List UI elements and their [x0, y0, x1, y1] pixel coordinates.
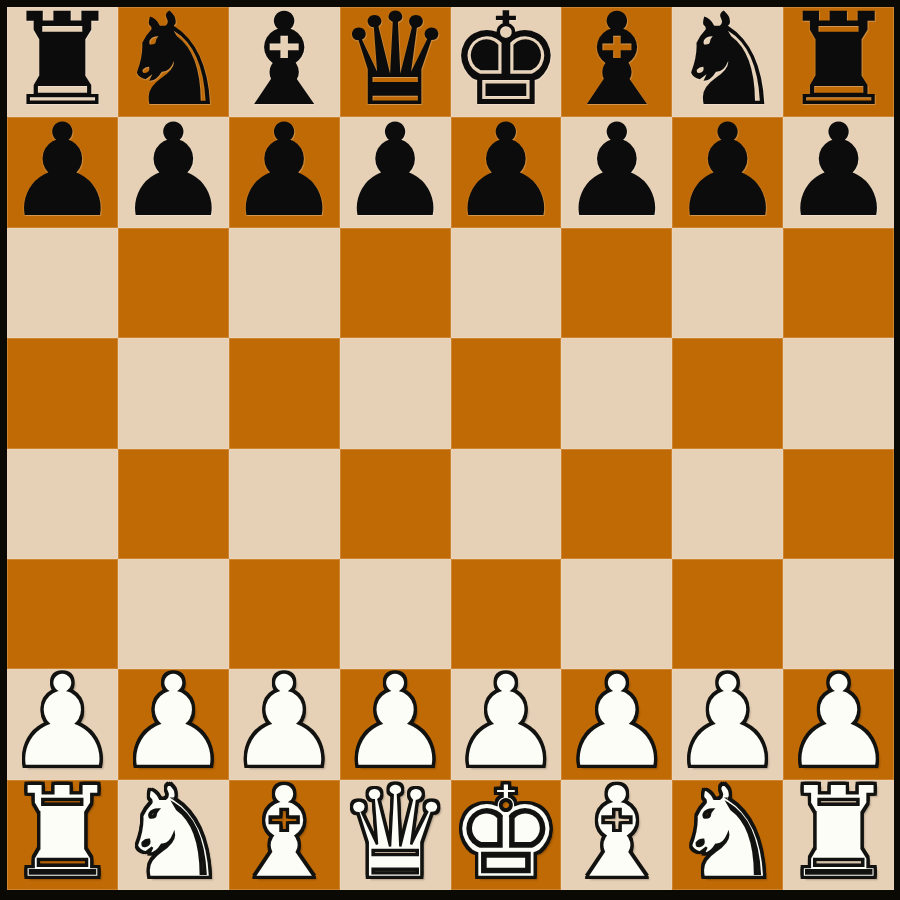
piece-black-king: ♚ [451, 7, 562, 117]
square-a4[interactable] [7, 449, 118, 559]
piece-black-queen: ♛ [340, 7, 451, 117]
square-h6[interactable] [783, 228, 894, 338]
square-b7[interactable]: ♟ [118, 117, 229, 227]
piece-white-pawn: ♟ [229, 669, 340, 779]
square-f1[interactable]: ♝ [561, 780, 672, 890]
piece-white-pawn: ♟ [7, 669, 118, 779]
square-a7[interactable]: ♟ [7, 117, 118, 227]
square-e6[interactable] [451, 228, 562, 338]
piece-white-bishop: ♝ [229, 780, 340, 890]
square-f8[interactable]: ♝ [561, 7, 672, 117]
piece-white-pawn: ♟ [118, 669, 229, 779]
square-b3[interactable] [118, 559, 229, 669]
piece-white-king: ♚ [451, 780, 562, 890]
square-b2[interactable]: ♟ [118, 669, 229, 779]
square-e7[interactable]: ♟ [451, 117, 562, 227]
square-g5[interactable] [672, 338, 783, 448]
square-e2[interactable]: ♟ [451, 669, 562, 779]
square-c8[interactable]: ♝ [229, 7, 340, 117]
piece-black-pawn: ♟ [783, 117, 894, 227]
square-f5[interactable] [561, 338, 672, 448]
square-c7[interactable]: ♟ [229, 117, 340, 227]
square-c1[interactable]: ♝ [229, 780, 340, 890]
square-b1[interactable]: ♞ [118, 780, 229, 890]
square-e5[interactable] [451, 338, 562, 448]
piece-black-knight: ♞ [118, 7, 229, 117]
piece-black-pawn: ♟ [451, 117, 562, 227]
square-d8[interactable]: ♛ [340, 7, 451, 117]
square-c6[interactable] [229, 228, 340, 338]
square-e8[interactable]: ♚ [451, 7, 562, 117]
piece-black-bishop: ♝ [561, 7, 672, 117]
piece-white-pawn: ♟ [451, 669, 562, 779]
square-c3[interactable] [229, 559, 340, 669]
piece-white-knight: ♞ [118, 780, 229, 890]
piece-black-rook: ♜ [7, 7, 118, 117]
square-h5[interactable] [783, 338, 894, 448]
piece-white-queen: ♛ [340, 780, 451, 890]
square-e4[interactable] [451, 449, 562, 559]
piece-black-bishop: ♝ [229, 7, 340, 117]
square-c4[interactable] [229, 449, 340, 559]
square-f3[interactable] [561, 559, 672, 669]
piece-white-knight: ♞ [672, 780, 783, 890]
square-f6[interactable] [561, 228, 672, 338]
piece-black-pawn: ♟ [561, 117, 672, 227]
square-a6[interactable] [7, 228, 118, 338]
square-f4[interactable] [561, 449, 672, 559]
square-g3[interactable] [672, 559, 783, 669]
piece-black-pawn: ♟ [229, 117, 340, 227]
square-d1[interactable]: ♛ [340, 780, 451, 890]
square-c5[interactable] [229, 338, 340, 448]
chess-board: ♜♞♝♛♚♝♞♜♟♟♟♟♟♟♟♟♟♟♟♟♟♟♟♟♜♞♝♛♚♝♞♜ [7, 7, 894, 890]
square-b4[interactable] [118, 449, 229, 559]
square-a8[interactable]: ♜ [7, 7, 118, 117]
square-h7[interactable]: ♟ [783, 117, 894, 227]
square-b5[interactable] [118, 338, 229, 448]
piece-white-rook: ♜ [783, 780, 894, 890]
square-b6[interactable] [118, 228, 229, 338]
square-g7[interactable]: ♟ [672, 117, 783, 227]
piece-black-pawn: ♟ [7, 117, 118, 227]
square-g8[interactable]: ♞ [672, 7, 783, 117]
piece-white-bishop: ♝ [561, 780, 672, 890]
piece-black-knight: ♞ [672, 7, 783, 117]
square-h1[interactable]: ♜ [783, 780, 894, 890]
square-d3[interactable] [340, 559, 451, 669]
piece-black-pawn: ♟ [672, 117, 783, 227]
square-g2[interactable]: ♟ [672, 669, 783, 779]
square-f7[interactable]: ♟ [561, 117, 672, 227]
piece-white-rook: ♜ [7, 780, 118, 890]
square-d2[interactable]: ♟ [340, 669, 451, 779]
square-e1[interactable]: ♚ [451, 780, 562, 890]
square-a3[interactable] [7, 559, 118, 669]
square-e3[interactable] [451, 559, 562, 669]
piece-black-pawn: ♟ [118, 117, 229, 227]
square-a2[interactable]: ♟ [7, 669, 118, 779]
square-h3[interactable] [783, 559, 894, 669]
square-d7[interactable]: ♟ [340, 117, 451, 227]
square-h2[interactable]: ♟ [783, 669, 894, 779]
square-h8[interactable]: ♜ [783, 7, 894, 117]
square-c2[interactable]: ♟ [229, 669, 340, 779]
square-h4[interactable] [783, 449, 894, 559]
square-d5[interactable] [340, 338, 451, 448]
piece-white-pawn: ♟ [783, 669, 894, 779]
piece-white-pawn: ♟ [561, 669, 672, 779]
square-d6[interactable] [340, 228, 451, 338]
piece-black-rook: ♜ [783, 7, 894, 117]
piece-black-pawn: ♟ [340, 117, 451, 227]
square-b8[interactable]: ♞ [118, 7, 229, 117]
square-d4[interactable] [340, 449, 451, 559]
piece-white-pawn: ♟ [672, 669, 783, 779]
piece-white-pawn: ♟ [340, 669, 451, 779]
square-a1[interactable]: ♜ [7, 780, 118, 890]
square-f2[interactable]: ♟ [561, 669, 672, 779]
square-g1[interactable]: ♞ [672, 780, 783, 890]
square-a5[interactable] [7, 338, 118, 448]
square-g4[interactable] [672, 449, 783, 559]
square-g6[interactable] [672, 228, 783, 338]
chess-board-frame: ♜♞♝♛♚♝♞♜♟♟♟♟♟♟♟♟♟♟♟♟♟♟♟♟♜♞♝♛♚♝♞♜ [0, 0, 900, 900]
